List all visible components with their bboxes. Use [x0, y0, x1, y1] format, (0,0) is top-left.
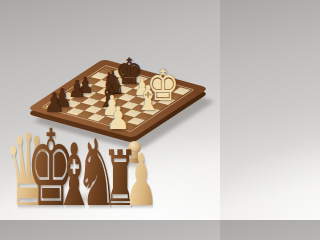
display-piece-shadow: [129, 197, 155, 206]
board-foot: [127, 141, 142, 164]
product-photo-scene: ♚♞♝♟♟♟♟♚♝♟♟♟ ♛♚♝♞♜♟: [0, 0, 220, 220]
foot-base: [129, 158, 140, 163]
